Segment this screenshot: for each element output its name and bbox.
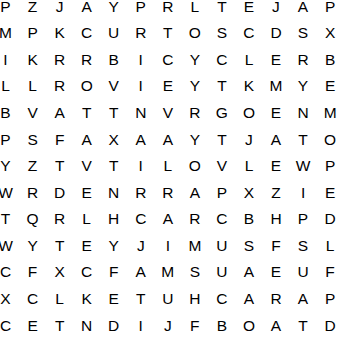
- grid-cell-r7c13[interactable]: P: [317, 153, 339, 180]
- grid-cell-r13c5[interactable]: D: [100, 312, 127, 337]
- grid-cell-r8c6[interactable]: R: [127, 179, 154, 206]
- grid-cell-r2c5[interactable]: U: [100, 20, 127, 47]
- grid-cell-r9c3[interactable]: R: [46, 206, 73, 233]
- grid-cell-r2c6[interactable]: R: [127, 20, 154, 47]
- grid-cell-r5c8[interactable]: R: [181, 99, 208, 126]
- grid-cell-r2c13[interactable]: X: [317, 20, 339, 47]
- grid-cell-r4c2[interactable]: L: [19, 73, 46, 100]
- grid-cell-r12c7[interactable]: U: [154, 286, 181, 313]
- grid-cell-r8c11[interactable]: Z: [262, 179, 289, 206]
- grid-cell-r6c8[interactable]: Y: [181, 126, 208, 153]
- grid-cell-r13c11[interactable]: A: [262, 312, 289, 337]
- grid-cell-r11c4[interactable]: C: [73, 259, 100, 286]
- grid-cell-r4c6[interactable]: I: [127, 73, 154, 100]
- grid-cell-r2c9[interactable]: S: [208, 20, 235, 47]
- grid-cell-r4c9[interactable]: T: [208, 73, 235, 100]
- grid-cell-r12c8[interactable]: H: [181, 286, 208, 313]
- grid-cell-r6c11[interactable]: A: [262, 126, 289, 153]
- grid-cell-r7c2[interactable]: Z: [19, 153, 46, 180]
- grid-cell-r4c12[interactable]: Y: [290, 73, 317, 100]
- grid-cell-r3c5[interactable]: B: [100, 46, 127, 73]
- grid-cell-r7c7[interactable]: L: [154, 153, 181, 180]
- grid-cell-r5c10[interactable]: O: [235, 99, 262, 126]
- grid-cell-r10c10[interactable]: S: [235, 232, 262, 259]
- grid-cell-r13c12[interactable]: T: [290, 312, 317, 337]
- grid-cell-r13c10[interactable]: O: [235, 312, 262, 337]
- grid-cell-r10c5[interactable]: Y: [100, 232, 127, 259]
- grid-cell-r8c7[interactable]: R: [154, 179, 181, 206]
- grid-cell-r1c5[interactable]: Y: [100, 0, 127, 20]
- grid-cell-r6c6[interactable]: A: [127, 126, 154, 153]
- grid-cell-r13c13[interactable]: D: [317, 312, 339, 337]
- grid-cell-r7c6[interactable]: I: [127, 153, 154, 180]
- grid-cell-r12c5[interactable]: E: [100, 286, 127, 313]
- grid-cell-r11c6[interactable]: A: [127, 259, 154, 286]
- grid-cell-r2c12[interactable]: S: [290, 20, 317, 47]
- grid-cell-r9c1[interactable]: T: [0, 206, 19, 233]
- grid-cell-r12c3[interactable]: L: [46, 286, 73, 313]
- grid-cell-r4c7[interactable]: E: [154, 73, 181, 100]
- grid-cell-r9c6[interactable]: C: [127, 206, 154, 233]
- grid-cell-r12c1[interactable]: X: [0, 286, 19, 313]
- grid-cell-r8c13[interactable]: E: [317, 179, 339, 206]
- grid-cell-r2c10[interactable]: C: [235, 20, 262, 47]
- grid-cell-r3c4[interactable]: R: [73, 46, 100, 73]
- grid-cell-r3c13[interactable]: B: [317, 46, 339, 73]
- grid-cell-r9c7[interactable]: A: [154, 206, 181, 233]
- grid-cell-r5c6[interactable]: N: [127, 99, 154, 126]
- word-search-screen: PZJAYPRLTEJAPMPKCURTOSCDSXIKRRBICYCLERBL…: [0, 0, 339, 337]
- grid-cell-r9c4[interactable]: L: [73, 206, 100, 233]
- grid-cell-r2c1[interactable]: M: [0, 20, 19, 47]
- grid-cell-r6c13[interactable]: O: [317, 126, 339, 153]
- grid-cell-r7c3[interactable]: T: [46, 153, 73, 180]
- grid-cell-r8c3[interactable]: D: [46, 179, 73, 206]
- grid-cell-r2c8[interactable]: O: [181, 20, 208, 47]
- grid-cell-r3c7[interactable]: C: [154, 46, 181, 73]
- grid-cell-r13c8[interactable]: F: [181, 312, 208, 337]
- grid-cell-r12c12[interactable]: A: [290, 286, 317, 313]
- grid-cell-r1c6[interactable]: P: [127, 0, 154, 20]
- grid-cell-r4c5[interactable]: V: [100, 73, 127, 100]
- grid-cell-r2c11[interactable]: D: [262, 20, 289, 47]
- grid-cell-r6c10[interactable]: J: [235, 126, 262, 153]
- grid-cell-r6c3[interactable]: F: [46, 126, 73, 153]
- grid-cell-r11c13[interactable]: F: [317, 259, 339, 286]
- grid-cell-r13c3[interactable]: T: [46, 312, 73, 337]
- grid-cell-r9c9[interactable]: C: [208, 206, 235, 233]
- grid-cell-r7c8[interactable]: O: [181, 153, 208, 180]
- grid-cell-r3c1[interactable]: I: [0, 46, 19, 73]
- grid-cell-r12c2[interactable]: C: [19, 286, 46, 313]
- grid-cell-r1c9[interactable]: T: [208, 0, 235, 20]
- grid-cell-r1c8[interactable]: L: [181, 0, 208, 20]
- word-search-board: PZJAYPRLTEJAPMPKCURTOSCDSXIKRRBICYCLERBL…: [0, 0, 339, 337]
- grid-cell-r7c11[interactable]: E: [262, 153, 289, 180]
- grid-cell-r11c3[interactable]: X: [46, 259, 73, 286]
- grid-cell-r4c3[interactable]: R: [46, 73, 73, 100]
- grid-cell-r3c3[interactable]: R: [46, 46, 73, 73]
- grid-cell-r5c2[interactable]: V: [19, 99, 46, 126]
- grid-cell-r4c8[interactable]: Y: [181, 73, 208, 100]
- grid-cell-r11c10[interactable]: A: [235, 259, 262, 286]
- grid-cell-r11c11[interactable]: E: [262, 259, 289, 286]
- grid-cell-r1c10[interactable]: E: [235, 0, 262, 20]
- grid-cell-r11c7[interactable]: M: [154, 259, 181, 286]
- grid-cell-r4c13[interactable]: E: [317, 73, 339, 100]
- grid-cell-r5c12[interactable]: N: [290, 99, 317, 126]
- grid-cell-r6c2[interactable]: S: [19, 126, 46, 153]
- grid-cell-r11c8[interactable]: S: [181, 259, 208, 286]
- grid-cell-r10c1[interactable]: W: [0, 232, 19, 259]
- grid-cell-r8c10[interactable]: X: [235, 179, 262, 206]
- grid-cell-r10c7[interactable]: I: [154, 232, 181, 259]
- grid-cell-r3c10[interactable]: L: [235, 46, 262, 73]
- grid-cell-r1c13[interactable]: P: [317, 0, 339, 20]
- grid-cell-r12c9[interactable]: C: [208, 286, 235, 313]
- grid-cell-r8c9[interactable]: P: [208, 179, 235, 206]
- grid-cell-r1c11[interactable]: J: [262, 0, 289, 20]
- grid-cell-r5c7[interactable]: V: [154, 99, 181, 126]
- grid-cell-r5c3[interactable]: A: [46, 99, 73, 126]
- grid-cell-r2c7[interactable]: T: [154, 20, 181, 47]
- grid-cell-r11c9[interactable]: U: [208, 259, 235, 286]
- grid-cell-r8c12[interactable]: I: [290, 179, 317, 206]
- grid-cell-r6c9[interactable]: T: [208, 126, 235, 153]
- grid-cell-r1c7[interactable]: R: [154, 0, 181, 20]
- grid-cell-r6c7[interactable]: A: [154, 126, 181, 153]
- grid-cell-r2c4[interactable]: C: [73, 20, 100, 47]
- grid-cell-r9c11[interactable]: H: [262, 206, 289, 233]
- grid-cell-r6c5[interactable]: X: [100, 126, 127, 153]
- grid-cell-r5c13[interactable]: M: [317, 99, 339, 126]
- grid-cell-r13c1[interactable]: C: [0, 312, 19, 337]
- grid-cell-r10c2[interactable]: Y: [19, 232, 46, 259]
- grid-cell-r3c9[interactable]: C: [208, 46, 235, 73]
- grid-cell-r13c4[interactable]: N: [73, 312, 100, 337]
- grid-cell-r11c5[interactable]: F: [100, 259, 127, 286]
- grid-cell-r13c2[interactable]: E: [19, 312, 46, 337]
- grid-cell-r5c4[interactable]: T: [73, 99, 100, 126]
- grid-cell-r2c2[interactable]: P: [19, 20, 46, 47]
- grid-cell-r1c2[interactable]: Z: [19, 0, 46, 20]
- grid-cell-r12c10[interactable]: A: [235, 286, 262, 313]
- grid-cell-r4c10[interactable]: K: [235, 73, 262, 100]
- grid-cell-r9c5[interactable]: H: [100, 206, 127, 233]
- grid-cell-r13c6[interactable]: I: [127, 312, 154, 337]
- grid-cell-r8c8[interactable]: A: [181, 179, 208, 206]
- grid-cell-r5c5[interactable]: T: [100, 99, 127, 126]
- grid-cell-r8c4[interactable]: E: [73, 179, 100, 206]
- grid-cell-r8c2[interactable]: R: [19, 179, 46, 206]
- grid-cell-r7c4[interactable]: V: [73, 153, 100, 180]
- grid-cell-r12c13[interactable]: P: [317, 286, 339, 313]
- grid-cell-r11c12[interactable]: U: [290, 259, 317, 286]
- grid-cell-r9c12[interactable]: P: [290, 206, 317, 233]
- grid-cell-r9c2[interactable]: Q: [19, 206, 46, 233]
- grid-cell-r10c11[interactable]: F: [262, 232, 289, 259]
- grid-cell-r1c4[interactable]: A: [73, 0, 100, 20]
- grid-cell-r8c5[interactable]: N: [100, 179, 127, 206]
- grid-cell-r3c11[interactable]: E: [262, 46, 289, 73]
- grid-cell-r4c11[interactable]: M: [262, 73, 289, 100]
- grid-cell-r7c5[interactable]: T: [100, 153, 127, 180]
- grid-cell-r2c3[interactable]: K: [46, 20, 73, 47]
- grid-cell-r10c4[interactable]: E: [73, 232, 100, 259]
- grid-cell-r11c1[interactable]: C: [0, 259, 19, 286]
- grid-cell-r9c10[interactable]: B: [235, 206, 262, 233]
- grid-cell-r4c1[interactable]: L: [0, 73, 19, 100]
- grid-cell-r7c9[interactable]: V: [208, 153, 235, 180]
- grid-cell-r1c1[interactable]: P: [0, 0, 19, 20]
- grid-cell-r6c4[interactable]: A: [73, 126, 100, 153]
- grid-cell-r10c3[interactable]: T: [46, 232, 73, 259]
- grid-cell-r3c2[interactable]: K: [19, 46, 46, 73]
- grid-cell-r6c12[interactable]: T: [290, 126, 317, 153]
- grid-cell-r7c12[interactable]: W: [290, 153, 317, 180]
- grid-cell-r10c12[interactable]: S: [290, 232, 317, 259]
- grid-cell-r12c11[interactable]: R: [262, 286, 289, 313]
- grid-cell-r3c12[interactable]: R: [290, 46, 317, 73]
- grid-cell-r5c1[interactable]: B: [0, 99, 19, 126]
- grid-cell-r3c8[interactable]: Y: [181, 46, 208, 73]
- grid-cell-r13c7[interactable]: J: [154, 312, 181, 337]
- grid-cell-r7c10[interactable]: L: [235, 153, 262, 180]
- grid-cell-r1c3[interactable]: J: [46, 0, 73, 20]
- grid-cell-r5c9[interactable]: G: [208, 99, 235, 126]
- grid-cell-r3c6[interactable]: I: [127, 46, 154, 73]
- grid-cell-r7c1[interactable]: Y: [0, 153, 19, 180]
- grid-cell-r10c13[interactable]: L: [317, 232, 339, 259]
- grid-cell-r10c8[interactable]: M: [181, 232, 208, 259]
- grid-cell-r4c4[interactable]: O: [73, 73, 100, 100]
- grid-cell-r10c6[interactable]: J: [127, 232, 154, 259]
- grid-cell-r12c6[interactable]: T: [127, 286, 154, 313]
- grid-cell-r9c8[interactable]: R: [181, 206, 208, 233]
- grid-cell-r11c2[interactable]: F: [19, 259, 46, 286]
- grid-cell-r1c12[interactable]: A: [290, 0, 317, 20]
- grid-cell-r12c4[interactable]: K: [73, 286, 100, 313]
- grid-cell-r8c1[interactable]: W: [0, 179, 19, 206]
- grid-cell-r13c9[interactable]: B: [208, 312, 235, 337]
- grid-cell-r6c1[interactable]: P: [0, 126, 19, 153]
- grid-cell-r10c9[interactable]: U: [208, 232, 235, 259]
- grid-cell-r9c13[interactable]: D: [317, 206, 339, 233]
- grid-cell-r5c11[interactable]: E: [262, 99, 289, 126]
